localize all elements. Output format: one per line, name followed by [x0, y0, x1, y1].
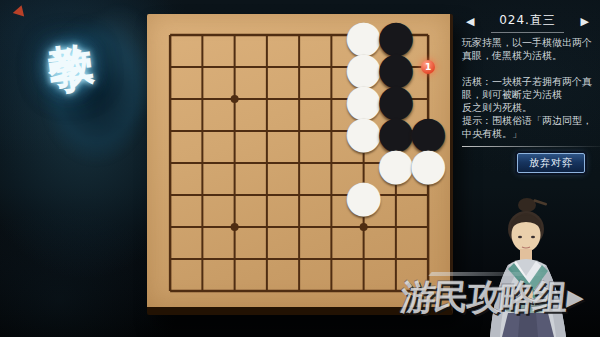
intersection-D2[interactable] — [251, 243, 283, 275]
intersection-J1[interactable] — [412, 275, 444, 307]
puzzle-rule-hint-text: 活棋：一块棋子若拥有两个真眼，则可被断定为活棋 反之则为死棋。 提示：围棋俗语「… — [462, 75, 596, 140]
intersection-J4[interactable] — [412, 179, 444, 211]
intersection-J2[interactable] — [412, 243, 444, 275]
intersection-E1[interactable] — [283, 275, 315, 307]
intersection-B6[interactable] — [186, 115, 218, 147]
intersection-H1[interactable] — [380, 275, 412, 307]
intersection-H4[interactable] — [380, 179, 412, 211]
tutor-character-illustration — [450, 195, 600, 337]
intersection-D1[interactable] — [251, 275, 283, 307]
panel-divider-line — [462, 146, 600, 147]
puzzle-description: 玩家持黑，以一手棋做出两个真眼，使黑棋为活棋。 活棋：一块棋子若拥有两个真眼，则… — [462, 36, 596, 140]
intersection-B4[interactable] — [186, 179, 218, 211]
intersection-A1[interactable] — [154, 275, 186, 307]
intersection-B8[interactable] — [186, 51, 218, 83]
intersection-E5[interactable] — [283, 147, 315, 179]
go-grid: ●●●●1●●●●●●●● — [154, 19, 444, 307]
watermark-streak-decoration — [428, 272, 551, 276]
intersection-B1[interactable] — [186, 275, 218, 307]
intersection-A3[interactable] — [154, 211, 186, 243]
intersection-B5[interactable] — [186, 147, 218, 179]
intersection-C7[interactable] — [219, 83, 251, 115]
intersection-B2[interactable] — [186, 243, 218, 275]
go-grid-cells: ●●●●1●●●●●●●● — [154, 19, 444, 307]
intersection-F3[interactable] — [315, 211, 347, 243]
intersection-F5[interactable] — [315, 147, 347, 179]
hint-marker-1: 1 — [421, 60, 435, 74]
intersection-A6[interactable] — [154, 115, 186, 147]
puzzle-title: 024.直三 — [491, 12, 564, 33]
intersection-E3[interactable] — [283, 211, 315, 243]
prev-puzzle-arrow-icon[interactable]: ◀ — [466, 15, 474, 28]
intersection-E2[interactable] — [283, 243, 315, 275]
intersection-A5[interactable] — [154, 147, 186, 179]
intersection-B3[interactable] — [186, 211, 218, 243]
intersection-A4[interactable] — [154, 179, 186, 211]
intersection-D4[interactable] — [251, 179, 283, 211]
intersection-D7[interactable] — [251, 83, 283, 115]
intersection-F7[interactable] — [315, 83, 347, 115]
intersection-E4[interactable] — [283, 179, 315, 211]
intersection-E6[interactable] — [283, 115, 315, 147]
go-board: ●●●●1●●●●●●●● — [147, 14, 453, 315]
intersection-F6[interactable] — [315, 115, 347, 147]
intersection-C3[interactable] — [219, 211, 251, 243]
intersection-G1[interactable] — [348, 275, 380, 307]
intersection-J8[interactable]: 1 — [412, 51, 444, 83]
intersection-D8[interactable] — [251, 51, 283, 83]
intersection-A8[interactable] — [154, 51, 186, 83]
intersection-G2[interactable] — [348, 243, 380, 275]
intersection-B7[interactable] — [186, 83, 218, 115]
intersection-D3[interactable] — [251, 211, 283, 243]
intersection-D5[interactable] — [251, 147, 283, 179]
intersection-G6[interactable]: ● — [348, 115, 380, 147]
puzzle-info-panel: ◀ 024.直三 ▶ 玩家持黑，以一手棋做出两个真眼，使黑棋为活棋。 活棋：一块… — [455, 10, 600, 153]
intersection-F1[interactable] — [315, 275, 347, 307]
intersection-G4[interactable]: ● — [348, 179, 380, 211]
intersection-E9[interactable] — [283, 19, 315, 51]
intersection-J3[interactable] — [412, 211, 444, 243]
intersection-E8[interactable] — [283, 51, 315, 83]
intersection-F8[interactable] — [315, 51, 347, 83]
intersection-H2[interactable] — [380, 243, 412, 275]
intersection-A9[interactable] — [154, 19, 186, 51]
puzzle-goal-text: 玩家持黑，以一手棋做出两个真眼，使黑棋为活棋。 — [462, 36, 596, 62]
intersection-F2[interactable] — [315, 243, 347, 275]
puzzle-title-bar: ◀ 024.直三 ▶ — [455, 10, 600, 32]
title-wrap: 024.直三 — [474, 9, 580, 33]
intersection-A7[interactable] — [154, 83, 186, 115]
intersection-J5[interactable]: ● — [412, 147, 444, 179]
intersection-C6[interactable] — [219, 115, 251, 147]
intersection-E7[interactable] — [283, 83, 315, 115]
intersection-G3[interactable] — [348, 211, 380, 243]
intersection-D9[interactable] — [251, 19, 283, 51]
intersection-H3[interactable] — [380, 211, 412, 243]
intersection-C8[interactable] — [219, 51, 251, 83]
intersection-C2[interactable] — [219, 243, 251, 275]
intersection-F4[interactable] — [315, 179, 347, 211]
intersection-C4[interactable] — [219, 179, 251, 211]
intersection-A2[interactable] — [154, 243, 186, 275]
intersection-C5[interactable] — [219, 147, 251, 179]
next-puzzle-arrow-icon[interactable]: ▶ — [581, 15, 589, 28]
intersection-F9[interactable] — [315, 19, 347, 51]
intersection-C9[interactable] — [219, 19, 251, 51]
intersection-C1[interactable] — [219, 275, 251, 307]
intersection-D6[interactable] — [251, 115, 283, 147]
intersection-B9[interactable] — [186, 19, 218, 51]
resign-button[interactable]: 放弃对弈 — [517, 153, 585, 173]
intersection-H5[interactable]: ● — [380, 147, 412, 179]
intersection-J9[interactable] — [412, 19, 444, 51]
